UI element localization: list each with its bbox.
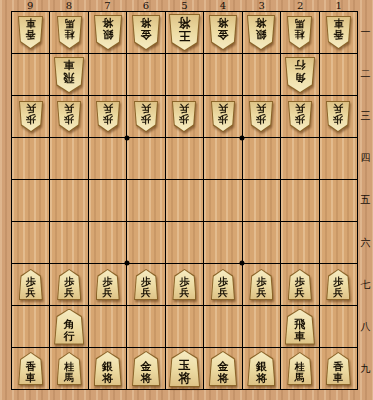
board-cell[interactable] xyxy=(320,180,357,221)
piece-body: 歩兵 xyxy=(19,269,43,300)
piece-kanji: 飛車 xyxy=(55,58,83,92)
board-cell[interactable] xyxy=(12,306,49,347)
piece-kanji: 王将 xyxy=(170,15,199,50)
shogi-piece[interactable]: 金将 xyxy=(132,351,160,386)
piece-body: 歩兵 xyxy=(134,101,158,132)
shogi-piece[interactable]: 金将 xyxy=(209,15,237,50)
rank-label: 八 xyxy=(358,306,373,348)
piece-kanji: 桂馬 xyxy=(58,17,81,48)
piece-kanji: 歩兵 xyxy=(250,102,272,131)
piece-body: 歩兵 xyxy=(288,269,312,300)
board-cell[interactable]: 飛車 xyxy=(281,306,318,347)
file-label: 7 xyxy=(88,0,127,11)
piece-body: 歩兵 xyxy=(211,101,235,132)
file-label: 6 xyxy=(127,0,166,11)
file-label: 8 xyxy=(50,0,89,11)
piece-kanji: 香車 xyxy=(19,17,42,48)
shogi-piece[interactable]: 香車 xyxy=(18,16,43,49)
piece-kanji: 歩兵 xyxy=(327,102,349,131)
shogi-piece[interactable]: 飛車 xyxy=(285,309,315,345)
piece-kanji: 歩兵 xyxy=(97,102,119,131)
board-cell[interactable]: 香車 xyxy=(12,348,49,389)
rank-label: 五 xyxy=(358,179,373,221)
piece-body: 歩兵 xyxy=(172,101,196,132)
piece-body: 歩兵 xyxy=(134,269,158,300)
board-cell[interactable]: 角行 xyxy=(281,54,318,95)
piece-kanji: 金将 xyxy=(133,16,159,49)
piece-kanji: 桂馬 xyxy=(288,353,311,384)
board-cell[interactable]: 銀将 xyxy=(89,348,126,389)
piece-body: 歩兵 xyxy=(57,101,81,132)
piece-body: 金将 xyxy=(132,15,160,50)
file-coordinate-labels: 987654321 xyxy=(11,0,358,11)
board-cell[interactable] xyxy=(166,138,203,179)
piece-kanji: 銀将 xyxy=(95,352,121,385)
board-cell[interactable]: 銀将 xyxy=(243,12,280,53)
shogi-piece[interactable]: 角行 xyxy=(285,57,315,93)
board-cell[interactable] xyxy=(50,138,87,179)
piece-body: 歩兵 xyxy=(326,101,350,132)
shogi-piece[interactable]: 歩兵 xyxy=(134,269,158,300)
board-cell[interactable]: 歩兵 xyxy=(166,96,203,137)
board-cell[interactable] xyxy=(204,306,241,347)
shogi-app: 987654321 一二三四五六七八九 香車桂馬銀将金将王将金将銀将桂馬香車飛車… xyxy=(0,0,373,400)
piece-body: 香車 xyxy=(326,16,351,49)
piece-body: 歩兵 xyxy=(96,101,120,132)
shogi-piece[interactable]: 歩兵 xyxy=(211,101,235,132)
board-cell[interactable]: 飛車 xyxy=(50,54,87,95)
piece-body: 金将 xyxy=(209,15,237,50)
shogi-piece[interactable]: 飛車 xyxy=(54,57,84,93)
board-cell[interactable]: 歩兵 xyxy=(127,96,164,137)
board-cell[interactable] xyxy=(281,138,318,179)
board-cell[interactable] xyxy=(166,222,203,263)
piece-body: 歩兵 xyxy=(249,101,273,132)
rank-label: 四 xyxy=(358,137,373,179)
board-cell[interactable]: 歩兵 xyxy=(50,264,87,305)
board-cell[interactable]: 桂馬 xyxy=(281,348,318,389)
piece-kanji: 歩兵 xyxy=(173,102,195,131)
shogi-piece[interactable]: 歩兵 xyxy=(326,269,350,300)
board-cell[interactable] xyxy=(89,306,126,347)
piece-kanji: 歩兵 xyxy=(20,270,42,299)
board-cell[interactable] xyxy=(166,54,203,95)
shogi-board: 香車桂馬銀将金将王将金将銀将桂馬香車飛車角行歩兵歩兵歩兵歩兵歩兵歩兵歩兵歩兵歩兵… xyxy=(11,11,358,390)
piece-body: 銀将 xyxy=(247,351,275,386)
board-cell[interactable]: 歩兵 xyxy=(166,264,203,305)
board-cell[interactable]: 金将 xyxy=(127,348,164,389)
piece-kanji: 銀将 xyxy=(95,16,121,49)
shogi-piece[interactable]: 歩兵 xyxy=(249,101,273,132)
rank-label: 一 xyxy=(358,11,373,53)
shogi-piece[interactable]: 歩兵 xyxy=(19,269,43,300)
piece-body: 金将 xyxy=(132,351,160,386)
piece-kanji: 飛車 xyxy=(286,310,314,344)
board-cell[interactable] xyxy=(204,54,241,95)
hoshi-dot xyxy=(240,261,245,266)
shogi-piece[interactable]: 銀将 xyxy=(94,15,122,50)
piece-kanji: 歩兵 xyxy=(58,102,80,131)
hoshi-dot xyxy=(125,135,130,140)
piece-kanji: 桂馬 xyxy=(58,353,81,384)
piece-body: 桂馬 xyxy=(57,352,82,385)
board-cell[interactable]: 歩兵 xyxy=(89,96,126,137)
piece-body: 飛車 xyxy=(285,309,315,345)
shogi-piece[interactable]: 歩兵 xyxy=(96,269,120,300)
board-cell[interactable] xyxy=(204,180,241,221)
piece-kanji: 角行 xyxy=(55,310,83,344)
board-cell[interactable] xyxy=(89,180,126,221)
shogi-piece[interactable]: 銀将 xyxy=(247,351,275,386)
piece-kanji: 桂馬 xyxy=(288,17,311,48)
piece-body: 歩兵 xyxy=(96,269,120,300)
shogi-piece[interactable]: 王将 xyxy=(169,14,200,51)
board-cell[interactable] xyxy=(320,138,357,179)
piece-body: 歩兵 xyxy=(57,269,81,300)
board-cell[interactable] xyxy=(243,54,280,95)
piece-body: 桂馬 xyxy=(287,16,312,49)
shogi-piece[interactable]: 歩兵 xyxy=(326,101,350,132)
board-cell[interactable]: 歩兵 xyxy=(89,264,126,305)
piece-body: 銀将 xyxy=(94,15,122,50)
board-cell[interactable]: 歩兵 xyxy=(320,96,357,137)
shogi-piece[interactable]: 金将 xyxy=(132,15,160,50)
board-cell[interactable] xyxy=(127,54,164,95)
piece-kanji: 香車 xyxy=(327,17,350,48)
piece-kanji: 玉将 xyxy=(170,351,199,386)
piece-kanji: 銀将 xyxy=(248,16,274,49)
board-cell[interactable]: 歩兵 xyxy=(12,96,49,137)
shogi-piece[interactable]: 歩兵 xyxy=(134,101,158,132)
board-cell[interactable]: 桂馬 xyxy=(50,12,87,53)
piece-kanji: 歩兵 xyxy=(212,270,234,299)
piece-kanji: 歩兵 xyxy=(20,102,42,131)
shogi-piece[interactable]: 歩兵 xyxy=(172,101,196,132)
file-label: 4 xyxy=(204,0,243,11)
file-label: 5 xyxy=(165,0,204,11)
board-cell[interactable]: 歩兵 xyxy=(204,264,241,305)
board-cell[interactable]: 金将 xyxy=(204,348,241,389)
board-cell[interactable] xyxy=(127,306,164,347)
shogi-piece[interactable]: 歩兵 xyxy=(57,269,81,300)
piece-body: 角行 xyxy=(54,309,84,345)
piece-kanji: 歩兵 xyxy=(327,270,349,299)
piece-kanji: 歩兵 xyxy=(135,270,157,299)
board-cell[interactable] xyxy=(281,222,318,263)
shogi-piece[interactable]: 銀将 xyxy=(94,351,122,386)
piece-kanji: 銀将 xyxy=(248,352,274,385)
hoshi-dot xyxy=(240,135,245,140)
board-cell[interactable] xyxy=(127,180,164,221)
piece-body: 銀将 xyxy=(247,15,275,50)
board-cell[interactable] xyxy=(243,222,280,263)
board-cell[interactable] xyxy=(50,222,87,263)
board-cell[interactable]: 歩兵 xyxy=(243,264,280,305)
rank-coordinate-labels: 一二三四五六七八九 xyxy=(358,11,373,390)
shogi-piece[interactable]: 桂馬 xyxy=(57,352,82,385)
board-cell[interactable] xyxy=(320,222,357,263)
shogi-piece[interactable]: 歩兵 xyxy=(57,101,81,132)
piece-body: 歩兵 xyxy=(211,269,235,300)
shogi-piece[interactable]: 香車 xyxy=(326,16,351,49)
piece-body: 歩兵 xyxy=(172,269,196,300)
rank-label: 九 xyxy=(358,348,373,390)
rank-label: 七 xyxy=(358,264,373,306)
file-label: 9 xyxy=(11,0,50,11)
piece-kanji: 金将 xyxy=(210,16,236,49)
file-label: 2 xyxy=(281,0,320,11)
shogi-piece[interactable]: 金将 xyxy=(209,351,237,386)
board-cell[interactable]: 王将 xyxy=(166,12,203,53)
shogi-piece[interactable]: 香車 xyxy=(18,352,43,385)
piece-kanji: 金将 xyxy=(210,352,236,385)
piece-kanji: 金将 xyxy=(133,352,159,385)
board-cell[interactable] xyxy=(50,180,87,221)
board-cell[interactable] xyxy=(281,180,318,221)
shogi-piece[interactable]: 桂馬 xyxy=(287,352,312,385)
shogi-piece[interactable]: 歩兵 xyxy=(288,269,312,300)
piece-body: 玉将 xyxy=(169,350,200,387)
piece-body: 歩兵 xyxy=(249,269,273,300)
board-cell[interactable]: 桂馬 xyxy=(50,348,87,389)
board-cell[interactable] xyxy=(166,180,203,221)
file-label: 1 xyxy=(319,0,358,11)
piece-body: 香車 xyxy=(18,16,43,49)
piece-body: 桂馬 xyxy=(57,16,82,49)
board-cell[interactable]: 歩兵 xyxy=(204,96,241,137)
shogi-piece[interactable]: 桂馬 xyxy=(287,16,312,49)
piece-kanji: 歩兵 xyxy=(135,102,157,131)
board-cell[interactable] xyxy=(243,306,280,347)
piece-kanji: 歩兵 xyxy=(250,270,272,299)
piece-body: 王将 xyxy=(169,14,200,51)
piece-body: 桂馬 xyxy=(287,352,312,385)
board-cell[interactable]: 銀将 xyxy=(243,348,280,389)
board-cell[interactable] xyxy=(166,306,203,347)
shogi-piece[interactable]: 歩兵 xyxy=(96,101,120,132)
board-cell[interactable]: 金将 xyxy=(127,12,164,53)
shogi-piece[interactable]: 歩兵 xyxy=(288,101,312,132)
board-cell[interactable]: 歩兵 xyxy=(281,96,318,137)
board-cell[interactable]: 角行 xyxy=(50,306,87,347)
board-cell[interactable]: 歩兵 xyxy=(320,264,357,305)
board-cell[interactable] xyxy=(12,138,49,179)
shogi-piece[interactable]: 銀将 xyxy=(247,15,275,50)
piece-body: 角行 xyxy=(285,57,315,93)
board-cell[interactable] xyxy=(89,222,126,263)
board-cell[interactable] xyxy=(320,306,357,347)
board-cell[interactable] xyxy=(89,138,126,179)
board-cell[interactable]: 歩兵 xyxy=(281,264,318,305)
piece-kanji: 香車 xyxy=(19,353,42,384)
piece-kanji: 歩兵 xyxy=(173,270,195,299)
board-cell[interactable] xyxy=(204,222,241,263)
piece-kanji: 歩兵 xyxy=(212,102,234,131)
board-cell[interactable]: 歩兵 xyxy=(12,264,49,305)
board-cell[interactable]: 歩兵 xyxy=(127,264,164,305)
board-cell[interactable]: 香車 xyxy=(320,12,357,53)
rank-label: 二 xyxy=(358,53,373,95)
shogi-piece[interactable]: 歩兵 xyxy=(211,269,235,300)
shogi-piece[interactable]: 歩兵 xyxy=(172,269,196,300)
shogi-piece[interactable]: 玉将 xyxy=(169,350,200,387)
board-cell[interactable]: 金将 xyxy=(204,12,241,53)
piece-body: 香車 xyxy=(326,352,351,385)
piece-kanji: 歩兵 xyxy=(58,270,80,299)
board-cell[interactable] xyxy=(243,138,280,179)
board-cell[interactable] xyxy=(127,138,164,179)
file-label: 3 xyxy=(242,0,281,11)
board-cell[interactable]: 香車 xyxy=(320,348,357,389)
board-cell[interactable] xyxy=(204,138,241,179)
piece-kanji: 香車 xyxy=(327,353,350,384)
rank-label: 六 xyxy=(358,222,373,264)
shogi-piece[interactable]: 角行 xyxy=(54,309,84,345)
piece-body: 香車 xyxy=(18,352,43,385)
board-cell[interactable]: 桂馬 xyxy=(281,12,318,53)
board-cell[interactable] xyxy=(12,222,49,263)
shogi-piece[interactable]: 香車 xyxy=(326,352,351,385)
piece-body: 金将 xyxy=(209,351,237,386)
board-cell[interactable]: 歩兵 xyxy=(243,96,280,137)
board-cell[interactable] xyxy=(12,180,49,221)
rank-label: 三 xyxy=(358,95,373,137)
piece-body: 歩兵 xyxy=(288,101,312,132)
board-cell[interactable]: 香車 xyxy=(12,12,49,53)
piece-body: 銀将 xyxy=(94,351,122,386)
shogi-piece[interactable]: 歩兵 xyxy=(249,269,273,300)
board-cell[interactable] xyxy=(127,222,164,263)
hoshi-dot xyxy=(125,261,130,266)
board-cell[interactable] xyxy=(89,54,126,95)
board-cell[interactable]: 歩兵 xyxy=(50,96,87,137)
board-cell[interactable]: 玉将 xyxy=(166,348,203,389)
piece-kanji: 歩兵 xyxy=(97,270,119,299)
piece-body: 歩兵 xyxy=(326,269,350,300)
board-cell[interactable] xyxy=(243,180,280,221)
board-cell[interactable] xyxy=(12,54,49,95)
piece-body: 飛車 xyxy=(54,57,84,93)
piece-kanji: 角行 xyxy=(286,58,314,92)
piece-kanji: 歩兵 xyxy=(289,102,311,131)
board-cell[interactable] xyxy=(320,54,357,95)
piece-body: 歩兵 xyxy=(19,101,43,132)
piece-kanji: 歩兵 xyxy=(289,270,311,299)
board-cell[interactable]: 銀将 xyxy=(89,12,126,53)
shogi-piece[interactable]: 歩兵 xyxy=(19,101,43,132)
shogi-piece[interactable]: 桂馬 xyxy=(57,16,82,49)
